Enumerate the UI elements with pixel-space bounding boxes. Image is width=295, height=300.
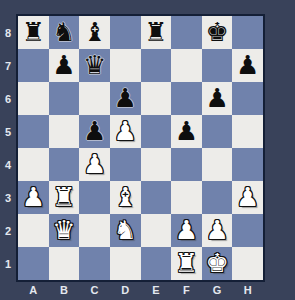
square-a4[interactable] xyxy=(18,148,49,181)
square-f5[interactable]: ♟ xyxy=(171,115,202,148)
white-king[interactable]: ♚ xyxy=(205,247,228,280)
square-h7[interactable]: ♟ xyxy=(232,49,263,82)
square-c6[interactable] xyxy=(79,82,110,115)
white-pawn[interactable]: ♟ xyxy=(83,148,106,181)
black-pawn[interactable]: ♟ xyxy=(205,82,228,115)
square-f7[interactable] xyxy=(171,49,202,82)
square-e1[interactable] xyxy=(141,247,172,280)
square-d3[interactable]: ♝ xyxy=(110,181,141,214)
black-queen[interactable]: ♛ xyxy=(83,49,106,82)
square-d2[interactable]: ♞ xyxy=(110,214,141,247)
file-label-c: C xyxy=(79,281,110,298)
chess-board: ♜♞♝♜♚♟♛♟♟♟♟♟♟♟♟♜♝♟♛♞♟♟♜♚ xyxy=(16,14,265,282)
square-h5[interactable] xyxy=(232,115,263,148)
square-h6[interactable] xyxy=(232,82,263,115)
file-label-g: G xyxy=(202,281,233,298)
file-label-a: A xyxy=(18,281,49,298)
square-b4[interactable] xyxy=(49,148,80,181)
rank-label-8: 8 xyxy=(0,16,16,49)
rank-label-7: 7 xyxy=(0,49,16,82)
square-h8[interactable] xyxy=(232,16,263,49)
square-d1[interactable] xyxy=(110,247,141,280)
white-pawn[interactable]: ♟ xyxy=(175,214,198,247)
square-h4[interactable] xyxy=(232,148,263,181)
square-d8[interactable] xyxy=(110,16,141,49)
black-bishop[interactable]: ♝ xyxy=(83,16,106,49)
white-rook[interactable]: ♜ xyxy=(52,181,75,214)
black-pawn[interactable]: ♟ xyxy=(83,115,106,148)
square-c2[interactable] xyxy=(79,214,110,247)
square-e6[interactable] xyxy=(141,82,172,115)
file-label-b: B xyxy=(49,281,80,298)
square-b6[interactable] xyxy=(49,82,80,115)
square-f8[interactable] xyxy=(171,16,202,49)
white-rook[interactable]: ♜ xyxy=(175,247,198,280)
square-b3[interactable]: ♜ xyxy=(49,181,80,214)
square-c7[interactable]: ♛ xyxy=(79,49,110,82)
square-g4[interactable] xyxy=(202,148,233,181)
rank-label-4: 4 xyxy=(0,148,16,181)
black-king[interactable]: ♚ xyxy=(205,16,228,49)
black-pawn[interactable]: ♟ xyxy=(236,49,259,82)
square-f6[interactable] xyxy=(171,82,202,115)
square-d4[interactable] xyxy=(110,148,141,181)
rank-label-3: 3 xyxy=(0,181,16,214)
square-a5[interactable] xyxy=(18,115,49,148)
square-c1[interactable] xyxy=(79,247,110,280)
square-e4[interactable] xyxy=(141,148,172,181)
square-g3[interactable] xyxy=(202,181,233,214)
square-c5[interactable]: ♟ xyxy=(79,115,110,148)
white-pawn[interactable]: ♟ xyxy=(114,115,137,148)
square-e3[interactable] xyxy=(141,181,172,214)
square-b2[interactable]: ♛ xyxy=(49,214,80,247)
square-g6[interactable]: ♟ xyxy=(202,82,233,115)
black-rook[interactable]: ♜ xyxy=(144,16,167,49)
black-rook[interactable]: ♜ xyxy=(22,16,45,49)
square-e2[interactable] xyxy=(141,214,172,247)
square-g7[interactable] xyxy=(202,49,233,82)
rank-label-2: 2 xyxy=(0,214,16,247)
square-h2[interactable] xyxy=(232,214,263,247)
file-label-h: H xyxy=(232,281,263,298)
black-knight[interactable]: ♞ xyxy=(52,16,75,49)
white-knight[interactable]: ♞ xyxy=(114,214,137,247)
square-c4[interactable]: ♟ xyxy=(79,148,110,181)
rank-label-5: 5 xyxy=(0,115,16,148)
black-pawn[interactable]: ♟ xyxy=(114,82,137,115)
square-h3[interactable]: ♟ xyxy=(232,181,263,214)
file-label-f: F xyxy=(171,281,202,298)
square-a1[interactable] xyxy=(18,247,49,280)
square-a2[interactable] xyxy=(18,214,49,247)
square-a8[interactable]: ♜ xyxy=(18,16,49,49)
white-pawn[interactable]: ♟ xyxy=(205,214,228,247)
square-f2[interactable]: ♟ xyxy=(171,214,202,247)
square-d6[interactable]: ♟ xyxy=(110,82,141,115)
square-a3[interactable]: ♟ xyxy=(18,181,49,214)
square-g8[interactable]: ♚ xyxy=(202,16,233,49)
white-queen[interactable]: ♛ xyxy=(52,214,75,247)
square-c3[interactable] xyxy=(79,181,110,214)
rank-label-6: 6 xyxy=(0,82,16,115)
square-a6[interactable] xyxy=(18,82,49,115)
square-c8[interactable]: ♝ xyxy=(79,16,110,49)
black-pawn[interactable]: ♟ xyxy=(52,49,75,82)
square-b1[interactable] xyxy=(49,247,80,280)
white-bishop[interactable]: ♝ xyxy=(114,181,137,214)
square-b5[interactable] xyxy=(49,115,80,148)
square-b7[interactable]: ♟ xyxy=(49,49,80,82)
square-f1[interactable]: ♜ xyxy=(171,247,202,280)
square-e5[interactable] xyxy=(141,115,172,148)
rank-label-1: 1 xyxy=(0,247,16,280)
white-pawn[interactable]: ♟ xyxy=(22,181,45,214)
square-d7[interactable] xyxy=(110,49,141,82)
square-g2[interactable]: ♟ xyxy=(202,214,233,247)
file-label-d: D xyxy=(110,281,141,298)
square-f3[interactable] xyxy=(171,181,202,214)
square-e7[interactable] xyxy=(141,49,172,82)
square-f4[interactable] xyxy=(171,148,202,181)
file-label-e: E xyxy=(141,281,172,298)
square-e8[interactable]: ♜ xyxy=(141,16,172,49)
square-b8[interactable]: ♞ xyxy=(49,16,80,49)
square-a7[interactable] xyxy=(18,49,49,82)
square-h1[interactable] xyxy=(232,247,263,280)
black-pawn[interactable]: ♟ xyxy=(175,115,198,148)
square-d5[interactable]: ♟ xyxy=(110,115,141,148)
square-g5[interactable] xyxy=(202,115,233,148)
square-g1[interactable]: ♚ xyxy=(202,247,233,280)
file-labels: ABCDEFGH xyxy=(18,281,263,298)
rank-labels: 87654321 xyxy=(0,16,16,280)
white-pawn[interactable]: ♟ xyxy=(236,181,259,214)
